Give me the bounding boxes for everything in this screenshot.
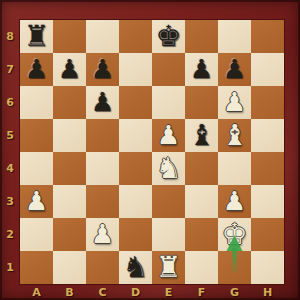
file-label-f: F	[185, 284, 218, 300]
square-g5[interactable]: ♝	[218, 119, 251, 152]
black-bishop[interactable]: ♝	[185, 119, 218, 152]
square-c7[interactable]: ♟	[86, 53, 119, 86]
square-d7[interactable]	[119, 53, 152, 86]
square-a5[interactable]	[20, 119, 53, 152]
square-a8[interactable]: ♜	[20, 20, 53, 53]
square-g8[interactable]	[218, 20, 251, 53]
white-pawn[interactable]: ♟	[218, 86, 251, 119]
square-d4[interactable]	[119, 152, 152, 185]
square-e4[interactable]: ♞	[152, 152, 185, 185]
rank-label-3: 3	[0, 185, 20, 218]
square-b1[interactable]	[53, 251, 86, 284]
square-a7[interactable]: ♟	[20, 53, 53, 86]
black-king[interactable]: ♚	[152, 20, 185, 53]
square-d3[interactable]	[119, 185, 152, 218]
square-a4[interactable]	[20, 152, 53, 185]
square-h7[interactable]	[251, 53, 284, 86]
black-pawn[interactable]: ♟	[86, 86, 119, 119]
rank-label-8: 8	[0, 20, 20, 53]
white-pawn[interactable]: ♟	[20, 185, 53, 218]
square-h8[interactable]	[251, 20, 284, 53]
file-label-e: E	[152, 284, 185, 300]
square-a6[interactable]	[20, 86, 53, 119]
white-knight[interactable]: ♞	[152, 152, 185, 185]
rank-label-2: 2	[0, 218, 20, 251]
square-c4[interactable]	[86, 152, 119, 185]
white-pawn[interactable]: ♟	[86, 218, 119, 251]
square-c1[interactable]	[86, 251, 119, 284]
square-a2[interactable]	[20, 218, 53, 251]
square-f5[interactable]: ♝	[185, 119, 218, 152]
square-d2[interactable]	[119, 218, 152, 251]
file-label-a: A	[20, 284, 53, 300]
square-g1[interactable]	[218, 251, 251, 284]
square-e5[interactable]: ♟	[152, 119, 185, 152]
square-g2[interactable]: ♚	[218, 218, 251, 251]
white-bishop[interactable]: ♝	[218, 119, 251, 152]
file-label-h: H	[251, 284, 284, 300]
rank-label-5: 5	[0, 119, 20, 152]
rank-label-4: 4	[0, 152, 20, 185]
square-h5[interactable]	[251, 119, 284, 152]
black-pawn[interactable]: ♟	[185, 53, 218, 86]
file-label-g: G	[218, 284, 251, 300]
square-e8[interactable]: ♚	[152, 20, 185, 53]
square-f6[interactable]	[185, 86, 218, 119]
square-h3[interactable]	[251, 185, 284, 218]
black-pawn[interactable]: ♟	[53, 53, 86, 86]
square-a1[interactable]	[20, 251, 53, 284]
square-g6[interactable]: ♟	[218, 86, 251, 119]
square-c3[interactable]	[86, 185, 119, 218]
file-labels: A B C D E F G H	[20, 284, 284, 300]
file-label-d: D	[119, 284, 152, 300]
white-pawn[interactable]: ♟	[152, 119, 185, 152]
square-h6[interactable]	[251, 86, 284, 119]
square-h1[interactable]	[251, 251, 284, 284]
square-f3[interactable]	[185, 185, 218, 218]
file-label-c: C	[86, 284, 119, 300]
black-pawn[interactable]: ♟	[20, 53, 53, 86]
square-d1[interactable]: ♞	[119, 251, 152, 284]
square-e1[interactable]: ♜	[152, 251, 185, 284]
square-e7[interactable]	[152, 53, 185, 86]
rank-labels: 8 7 6 5 4 3 2 1	[0, 20, 20, 284]
square-g3[interactable]: ♟	[218, 185, 251, 218]
white-pawn[interactable]: ♟	[218, 185, 251, 218]
square-e2[interactable]	[152, 218, 185, 251]
square-b8[interactable]	[53, 20, 86, 53]
square-b3[interactable]	[53, 185, 86, 218]
square-c8[interactable]	[86, 20, 119, 53]
square-b4[interactable]	[53, 152, 86, 185]
square-e3[interactable]	[152, 185, 185, 218]
square-f4[interactable]	[185, 152, 218, 185]
chess-board-frame: 8 7 6 5 4 3 2 1 ♜♚♟♟♟♟♟♟♟♟♝♝♞♟♟♟♚♞♜ A B …	[0, 0, 300, 300]
black-knight[interactable]: ♞	[119, 251, 152, 284]
white-king[interactable]: ♚	[218, 218, 251, 251]
rank-label-6: 6	[0, 86, 20, 119]
square-g7[interactable]: ♟	[218, 53, 251, 86]
square-b5[interactable]	[53, 119, 86, 152]
file-label-b: B	[53, 284, 86, 300]
square-f8[interactable]	[185, 20, 218, 53]
square-h2[interactable]	[251, 218, 284, 251]
square-c5[interactable]	[86, 119, 119, 152]
square-f2[interactable]	[185, 218, 218, 251]
chess-board[interactable]: ♜♚♟♟♟♟♟♟♟♟♝♝♞♟♟♟♚♞♜	[20, 20, 284, 284]
square-b2[interactable]	[53, 218, 86, 251]
white-rook[interactable]: ♜	[152, 251, 185, 284]
square-f7[interactable]: ♟	[185, 53, 218, 86]
square-h4[interactable]	[251, 152, 284, 185]
square-g4[interactable]	[218, 152, 251, 185]
black-pawn[interactable]: ♟	[218, 53, 251, 86]
square-e6[interactable]	[152, 86, 185, 119]
square-b7[interactable]: ♟	[53, 53, 86, 86]
black-rook[interactable]: ♜	[20, 20, 53, 53]
square-d8[interactable]	[119, 20, 152, 53]
square-d6[interactable]	[119, 86, 152, 119]
black-pawn[interactable]: ♟	[86, 53, 119, 86]
square-c6[interactable]: ♟	[86, 86, 119, 119]
square-b6[interactable]	[53, 86, 86, 119]
square-c2[interactable]: ♟	[86, 218, 119, 251]
square-d5[interactable]	[119, 119, 152, 152]
rank-label-7: 7	[0, 53, 20, 86]
rank-label-1: 1	[0, 251, 20, 284]
square-f1[interactable]	[185, 251, 218, 284]
square-a3[interactable]: ♟	[20, 185, 53, 218]
